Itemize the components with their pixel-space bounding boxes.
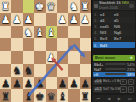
banner-label: Best move	[95, 55, 115, 60]
engine-line-2[interactable]: +0.2Nd7 Nc3 Bb4▸≡	[93, 86, 135, 93]
eval-badge: +0.2	[94, 87, 102, 92]
black-queen-d8[interactable]: ♛	[46, 90, 55, 102]
square-d7[interactable]	[46, 77, 57, 90]
square-e6[interactable]	[34, 64, 45, 77]
black-pawn-f7[interactable]: ♟	[24, 77, 33, 89]
line-action-button[interactable]: ▸	[120, 79, 127, 86]
square-d4[interactable]	[46, 38, 57, 51]
black-knight-f6[interactable]: ♞	[24, 64, 33, 76]
black-bishop-f8[interactable]: ♝	[24, 90, 33, 102]
white-pawn-f2[interactable]: ♟	[24, 13, 33, 25]
square-a6[interactable]	[80, 64, 91, 77]
square-c4[interactable]	[57, 38, 68, 51]
board-grid[interactable]: ♜♚♛♞♜♟♟♟♟♟♟♞♝♝♟♞♞♟♟♟♟♟♟♟♜♝♚♛♝♜	[0, 0, 91, 102]
square-f8[interactable]: ♝	[23, 89, 34, 102]
square-g1[interactable]	[11, 0, 22, 13]
square-e2[interactable]	[34, 13, 45, 26]
square-h3[interactable]	[0, 26, 11, 39]
square-b3[interactable]	[68, 26, 79, 39]
square-e7[interactable]: ♟	[34, 77, 45, 90]
white-rook-a1[interactable]: ♜	[81, 0, 90, 12]
line-action-button[interactable]: ≡	[128, 86, 135, 93]
square-a3[interactable]	[80, 26, 91, 39]
line-moves: Bb4+ c3 Ba5	[103, 79, 120, 84]
square-d1[interactable]: ♛	[46, 0, 57, 13]
black-pawn-g7[interactable]: ♟	[12, 77, 21, 89]
square-c6[interactable]	[57, 64, 68, 77]
square-h2[interactable]: ♟	[0, 13, 11, 26]
prev-move-button[interactable]: ◀	[105, 96, 113, 101]
white-bishop-d3[interactable]: ♝	[46, 26, 55, 38]
square-b7[interactable]: ♟	[68, 77, 79, 90]
analysis-screen: ♜♚♛♞♜♟♟♟♟♟♟♞♝♝♟♞♞♟♟♟♟♟♟♟♜♝♚♛♝♜ Stockfish…	[0, 0, 136, 102]
black-knight-g6[interactable]: ♞	[12, 64, 21, 76]
engine-box[interactable]: Stockfish 16 NNUE Depth 20/45	[93, 1, 135, 10]
square-h7[interactable]: ♟	[0, 77, 11, 90]
square-a5[interactable]	[80, 51, 91, 64]
square-f3[interactable]: ♞	[23, 26, 34, 39]
line-action-button[interactable]: ≡	[128, 79, 135, 86]
square-f4[interactable]	[23, 38, 34, 51]
white-pawn-a2[interactable]: ♟	[81, 13, 90, 25]
square-h4[interactable]	[0, 38, 11, 51]
move-list[interactable]: 1.e4e62.d4d53.exd5Nf64.Nf3Ng65.Be3Be76.B…	[93, 11, 135, 48]
square-c7[interactable]: ♟	[57, 77, 68, 90]
white-knight-b1[interactable]: ♞	[69, 0, 78, 12]
square-b6[interactable]	[68, 64, 79, 77]
black-pawn-c7[interactable]: ♟	[58, 77, 67, 89]
square-f1[interactable]	[23, 0, 34, 13]
white-bishop-e3[interactable]: ♝	[35, 26, 44, 38]
engine-depth: Depth 20/45	[99, 6, 118, 10]
square-e4[interactable]	[34, 38, 45, 51]
white-rook-h1[interactable]: ♜	[1, 0, 10, 12]
square-g5[interactable]	[11, 51, 22, 64]
square-b8[interactable]	[68, 89, 79, 102]
white-queen-d1[interactable]: ♛	[46, 0, 55, 12]
engine-tag: NNUE	[122, 0, 129, 5]
engine-lines: +0.6Bb4+ c3 Ba5▸≡+0.2Nd7 Nc3 Bb4▸≡	[93, 79, 135, 94]
engine-name: Stockfish 16	[99, 0, 121, 5]
square-d3[interactable]: ♝	[46, 26, 57, 39]
square-a2[interactable]: ♟	[80, 13, 91, 26]
square-c1[interactable]	[57, 0, 68, 13]
black-pawn-e7[interactable]: ♟	[35, 77, 44, 89]
black-king-e8[interactable]: ♚	[35, 90, 44, 102]
last-move-button[interactable]: ⏭	[126, 96, 134, 101]
square-h1[interactable]: ♜	[0, 0, 11, 13]
move-nav-bar[interactable]: ⏮◀▶⏭	[93, 95, 135, 102]
square-d5[interactable]: ♟	[46, 51, 57, 64]
candidate-move-list[interactable]: Bb4+54%Nd723%c618%	[93, 62, 135, 77]
square-c2[interactable]: ♟	[57, 13, 68, 26]
square-e8[interactable]: ♚	[34, 89, 45, 102]
engine-gear-icon	[94, 4, 98, 8]
white-pawn-d5[interactable]: ♟	[46, 51, 55, 63]
square-g8[interactable]	[11, 89, 22, 102]
square-g3[interactable]	[11, 26, 22, 39]
banner-star-icon: ★	[129, 55, 133, 60]
best-move-banner: Best move ★	[93, 55, 135, 61]
black-pawn-a7[interactable]: ♟	[81, 77, 90, 89]
square-c5[interactable]	[57, 51, 68, 64]
square-e3[interactable]: ♝	[34, 26, 45, 39]
square-f6[interactable]: ♞	[23, 64, 34, 77]
square-h6[interactable]	[0, 64, 11, 77]
square-b1[interactable]: ♞	[68, 0, 79, 13]
line-moves: Nd7 Nc3 Bb4	[103, 87, 120, 92]
black-pawn-h7[interactable]: ♟	[1, 77, 10, 89]
white-pawn-g2[interactable]: ♟	[12, 13, 21, 25]
analysis-sidebar: Stockfish 16 NNUE Depth 20/45 1.e4e62.d4…	[91, 0, 136, 102]
chess-board[interactable]: ♜♚♛♞♜♟♟♟♟♟♟♞♝♝♟♞♞♟♟♟♟♟♟♟♜♝♚♛♝♜	[0, 0, 91, 102]
square-g2[interactable]: ♟	[11, 13, 22, 26]
square-a4[interactable]	[80, 38, 91, 51]
square-h5[interactable]	[0, 51, 11, 64]
square-f7[interactable]: ♟	[23, 77, 34, 90]
square-a8[interactable]: ♜	[80, 89, 91, 102]
black-rook-h8[interactable]: ♜	[1, 90, 10, 102]
white-king-e1[interactable]: ♚	[35, 0, 44, 12]
white-pawn-h2[interactable]: ♟	[1, 13, 10, 25]
line-action-button[interactable]: ▸	[120, 86, 127, 93]
square-c3[interactable]	[57, 26, 68, 39]
square-g4[interactable]	[11, 38, 22, 51]
square-e5[interactable]	[34, 51, 45, 64]
square-e1[interactable]: ♚	[34, 0, 45, 13]
square-f2[interactable]: ♟	[23, 13, 34, 26]
next-move-button[interactable]: ▶	[115, 96, 123, 101]
square-c8[interactable]: ♝	[57, 89, 68, 102]
white-pawn-b2[interactable]: ♟	[69, 13, 78, 25]
black-rook-a8[interactable]: ♜	[81, 90, 90, 102]
square-d6[interactable]	[46, 64, 57, 77]
square-a1[interactable]: ♜	[80, 0, 91, 13]
square-a7[interactable]: ♟	[80, 77, 91, 90]
square-b4[interactable]	[68, 38, 79, 51]
square-b5[interactable]	[68, 51, 79, 64]
square-g6[interactable]: ♞	[11, 64, 22, 77]
engine-line-1[interactable]: +0.6Bb4+ c3 Ba5▸≡	[93, 79, 135, 86]
square-h8[interactable]: ♜	[0, 89, 11, 102]
square-d8[interactable]: ♛	[46, 89, 57, 102]
square-b2[interactable]: ♟	[68, 13, 79, 26]
engine-toggle[interactable]	[129, 4, 134, 8]
panel-spacer	[93, 48, 135, 55]
black-pawn-b7[interactable]: ♟	[69, 77, 78, 89]
white-knight-f3[interactable]: ♞	[24, 26, 33, 38]
first-move-button[interactable]: ⏮	[94, 96, 102, 101]
square-d2[interactable]	[46, 13, 57, 26]
black-bishop-c8[interactable]: ♝	[58, 90, 67, 102]
white-pawn-c2[interactable]: ♟	[58, 13, 67, 25]
square-f5[interactable]	[23, 51, 34, 64]
eval-badge: +0.6	[94, 80, 102, 85]
square-g7[interactable]: ♟	[11, 77, 22, 90]
candidate-move-c6[interactable]: c618%	[93, 72, 135, 77]
